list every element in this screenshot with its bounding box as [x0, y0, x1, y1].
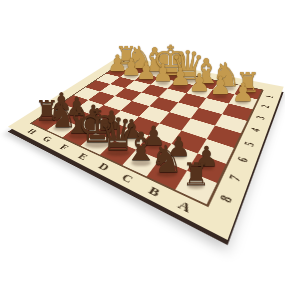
- chess-set-photo: HGFEDCBA12345678 ♜♞♝♛♚♝♞♜♟♟♟♟♟♟♟♟♟♟♟♟♟♟♟…: [0, 0, 285, 285]
- rank-label-2: 2: [259, 104, 271, 109]
- file-label-h: H: [26, 127, 39, 135]
- rank-label-1: 1: [264, 94, 276, 98]
- file-label-f: F: [58, 142, 71, 151]
- piece-white-pawn-a2: ♟: [232, 80, 254, 105]
- piece-white-pawn-b2: ♟: [209, 75, 231, 100]
- file-label-d: D: [97, 161, 112, 173]
- file-label-c: C: [120, 171, 136, 184]
- rank-label-5: 5: [242, 140, 256, 147]
- piece-black-rook-a8: ♜: [182, 159, 210, 191]
- file-label-b: B: [147, 184, 163, 198]
- piece-black-knight-b8: ♞: [150, 141, 184, 179]
- file-label-g: G: [41, 134, 55, 143]
- rank-label-6: 6: [235, 156, 250, 164]
- rank-label-3: 3: [254, 115, 267, 121]
- file-label-a: A: [176, 198, 193, 215]
- rank-label-8: 8: [217, 193, 234, 205]
- piece-white-pawn-c2: ♟: [189, 70, 211, 94]
- rank-label-7: 7: [227, 173, 243, 183]
- rank-label-4: 4: [248, 127, 262, 133]
